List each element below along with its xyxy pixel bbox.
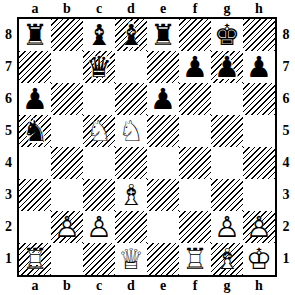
square-h5[interactable] bbox=[243, 115, 275, 147]
square-g4[interactable] bbox=[211, 147, 243, 179]
square-g5[interactable] bbox=[211, 115, 243, 147]
piece-halo: ♝ bbox=[211, 243, 243, 275]
square-g1[interactable]: ♝♗ bbox=[211, 243, 243, 275]
piece-halo: ♟ bbox=[243, 211, 275, 243]
rank-label-4: 4 bbox=[0, 147, 17, 179]
square-c2[interactable]: ♟♙ bbox=[83, 211, 115, 243]
square-g8[interactable]: ♚♚ bbox=[211, 19, 243, 51]
square-f8[interactable] bbox=[179, 19, 211, 51]
square-f7[interactable]: ♟♟ bbox=[179, 51, 211, 83]
square-e6[interactable]: ♟♟ bbox=[147, 83, 179, 115]
white-bishop-d3: ♗ bbox=[115, 179, 147, 211]
file-labels-bottom: abcdefgh bbox=[17, 277, 277, 295]
file-label-f: f bbox=[179, 0, 211, 17]
file-label-b: b bbox=[51, 0, 83, 17]
piece-halo: ♟ bbox=[83, 211, 115, 243]
piece-halo: ♟ bbox=[211, 211, 243, 243]
square-f3[interactable] bbox=[179, 179, 211, 211]
square-d3[interactable]: ♝♗ bbox=[115, 179, 147, 211]
square-a5[interactable]: ♞♞ bbox=[19, 115, 51, 147]
square-d5[interactable]: ♞♘ bbox=[115, 115, 147, 147]
chess-board: ♜♜♝♝♝♝♜♜♚♚♛♛♟♟♟♟♟♟♟♟♟♟♞♞♞♘♞♘♝♗♟♙♟♙♟♙♟♙♜♖… bbox=[17, 17, 277, 277]
file-label-b: b bbox=[51, 277, 83, 295]
square-e8[interactable]: ♜♜ bbox=[147, 19, 179, 51]
piece-halo: ♚ bbox=[243, 243, 275, 275]
square-c7[interactable]: ♛♛ bbox=[83, 51, 115, 83]
white-queen-d1: ♕ bbox=[115, 243, 147, 275]
square-d7[interactable] bbox=[115, 51, 147, 83]
rank-label-6: 6 bbox=[0, 83, 17, 115]
file-label-c: c bbox=[83, 0, 115, 17]
file-label-e: e bbox=[147, 277, 179, 295]
square-a6[interactable]: ♟♟ bbox=[19, 83, 51, 115]
rank-label-2: 2 bbox=[277, 211, 295, 243]
square-f1[interactable]: ♜♖ bbox=[179, 243, 211, 275]
square-f6[interactable] bbox=[179, 83, 211, 115]
square-d2[interactable] bbox=[115, 211, 147, 243]
square-h1[interactable]: ♚♔ bbox=[243, 243, 275, 275]
rank-label-1: 1 bbox=[0, 243, 17, 275]
file-label-a: a bbox=[19, 277, 51, 295]
file-label-d: d bbox=[115, 277, 147, 295]
file-label-h: h bbox=[243, 0, 275, 17]
rank-label-2: 2 bbox=[0, 211, 17, 243]
piece-halo: ♟ bbox=[144, 80, 182, 118]
piece-halo: ♟ bbox=[51, 211, 83, 243]
square-f5[interactable] bbox=[179, 115, 211, 147]
piece-halo: ♟ bbox=[240, 48, 278, 86]
piece-halo: ♟ bbox=[16, 80, 54, 118]
file-label-f: f bbox=[179, 277, 211, 295]
square-e4[interactable] bbox=[147, 147, 179, 179]
square-a1[interactable]: ♜♖ bbox=[19, 243, 51, 275]
white-pawn-b2: ♙ bbox=[51, 211, 83, 243]
file-labels-top: abcdefgh bbox=[17, 0, 277, 17]
white-pawn-c2: ♙ bbox=[83, 211, 115, 243]
black-bishop-c8: ♝ bbox=[83, 19, 115, 51]
file-label-c: c bbox=[83, 277, 115, 295]
square-g7[interactable]: ♟♟ bbox=[211, 51, 243, 83]
white-king-h1: ♔ bbox=[243, 243, 275, 275]
square-a2[interactable] bbox=[19, 211, 51, 243]
square-b4[interactable] bbox=[51, 147, 83, 179]
piece-halo: ♛ bbox=[115, 243, 147, 275]
rank-labels-left: 87654321 bbox=[0, 17, 17, 277]
black-pawn-h7: ♟ bbox=[243, 51, 275, 83]
rank-label-5: 5 bbox=[277, 115, 295, 147]
rank-label-8: 8 bbox=[277, 19, 295, 51]
square-c3[interactable] bbox=[83, 179, 115, 211]
square-b2[interactable]: ♟♙ bbox=[51, 211, 83, 243]
black-queen-c7: ♛ bbox=[83, 51, 115, 83]
square-e7[interactable] bbox=[147, 51, 179, 83]
square-e5[interactable] bbox=[147, 115, 179, 147]
square-d1[interactable]: ♛♕ bbox=[115, 243, 147, 275]
square-a7[interactable] bbox=[19, 51, 51, 83]
square-f2[interactable] bbox=[179, 211, 211, 243]
piece-halo: ♝ bbox=[112, 16, 150, 54]
square-e2[interactable] bbox=[147, 211, 179, 243]
square-g6[interactable] bbox=[211, 83, 243, 115]
square-h7[interactable]: ♟♟ bbox=[243, 51, 275, 83]
piece-halo: ♝ bbox=[80, 16, 118, 54]
piece-halo: ♞ bbox=[16, 112, 54, 150]
rank-label-3: 3 bbox=[0, 179, 17, 211]
square-b5[interactable] bbox=[51, 115, 83, 147]
square-a8[interactable]: ♜♜ bbox=[19, 19, 51, 51]
piece-halo: ♟ bbox=[176, 48, 214, 86]
rank-label-5: 5 bbox=[0, 115, 17, 147]
black-rook-a8: ♜ bbox=[19, 19, 51, 51]
piece-halo: ♜ bbox=[144, 16, 182, 54]
rank-label-1: 1 bbox=[277, 243, 295, 275]
piece-halo: ♟ bbox=[208, 48, 246, 86]
square-a3[interactable] bbox=[19, 179, 51, 211]
file-label-g: g bbox=[211, 277, 243, 295]
piece-halo: ♝ bbox=[115, 179, 147, 211]
square-d6[interactable] bbox=[115, 83, 147, 115]
piece-halo: ♜ bbox=[179, 243, 211, 275]
rank-label-4: 4 bbox=[277, 147, 295, 179]
black-pawn-f7: ♟ bbox=[179, 51, 211, 83]
square-c6[interactable] bbox=[83, 83, 115, 115]
square-b7[interactable] bbox=[51, 51, 83, 83]
piece-halo: ♜ bbox=[16, 16, 54, 54]
piece-halo: ♞ bbox=[83, 115, 115, 147]
white-rook-a1: ♖ bbox=[19, 243, 51, 275]
rank-label-7: 7 bbox=[0, 51, 17, 83]
square-h4[interactable] bbox=[243, 147, 275, 179]
square-g2[interactable]: ♟♙ bbox=[211, 211, 243, 243]
piece-halo: ♚ bbox=[208, 16, 246, 54]
black-pawn-e6: ♟ bbox=[147, 83, 179, 115]
black-bishop-d8: ♝ bbox=[115, 19, 147, 51]
square-a4[interactable] bbox=[19, 147, 51, 179]
black-pawn-a6: ♟ bbox=[19, 83, 51, 115]
black-pawn-g7: ♟ bbox=[211, 51, 243, 83]
rank-labels-right: 87654321 bbox=[277, 17, 295, 277]
square-d4[interactable] bbox=[115, 147, 147, 179]
file-label-h: h bbox=[243, 277, 275, 295]
square-h3[interactable] bbox=[243, 179, 275, 211]
piece-halo: ♜ bbox=[19, 243, 51, 275]
square-c4[interactable] bbox=[83, 147, 115, 179]
black-king-g8: ♚ bbox=[211, 19, 243, 51]
chess-diagram: abcdefgh 87654321 ♜♜♝♝♝♝♜♜♚♚♛♛♟♟♟♟♟♟♟♟♟♟… bbox=[0, 0, 295, 295]
square-f4[interactable] bbox=[179, 147, 211, 179]
square-b3[interactable] bbox=[51, 179, 83, 211]
white-knight-c5: ♘ bbox=[83, 115, 115, 147]
white-bishop-g1: ♗ bbox=[211, 243, 243, 275]
piece-halo: ♛ bbox=[80, 48, 118, 86]
square-c8[interactable]: ♝♝ bbox=[83, 19, 115, 51]
rank-label-8: 8 bbox=[0, 19, 17, 51]
black-knight-a5: ♞ bbox=[19, 115, 51, 147]
square-b8[interactable] bbox=[51, 19, 83, 51]
white-rook-f1: ♖ bbox=[179, 243, 211, 275]
rank-label-3: 3 bbox=[277, 179, 295, 211]
rank-label-7: 7 bbox=[277, 51, 295, 83]
white-pawn-h2: ♙ bbox=[243, 211, 275, 243]
file-label-a: a bbox=[19, 0, 51, 17]
square-e3[interactable] bbox=[147, 179, 179, 211]
square-h8[interactable] bbox=[243, 19, 275, 51]
rank-label-6: 6 bbox=[277, 83, 295, 115]
square-h2[interactable]: ♟♙ bbox=[243, 211, 275, 243]
square-d8[interactable]: ♝♝ bbox=[115, 19, 147, 51]
file-label-g: g bbox=[211, 0, 243, 17]
square-g3[interactable] bbox=[211, 179, 243, 211]
piece-halo: ♞ bbox=[115, 115, 147, 147]
square-c5[interactable]: ♞♘ bbox=[83, 115, 115, 147]
file-label-e: e bbox=[147, 0, 179, 17]
file-label-d: d bbox=[115, 0, 147, 17]
square-b1[interactable] bbox=[51, 243, 83, 275]
square-h6[interactable] bbox=[243, 83, 275, 115]
square-e1[interactable] bbox=[147, 243, 179, 275]
square-c1[interactable] bbox=[83, 243, 115, 275]
black-rook-e8: ♜ bbox=[147, 19, 179, 51]
white-pawn-g2: ♙ bbox=[211, 211, 243, 243]
square-b6[interactable] bbox=[51, 83, 83, 115]
white-knight-d5: ♘ bbox=[115, 115, 147, 147]
